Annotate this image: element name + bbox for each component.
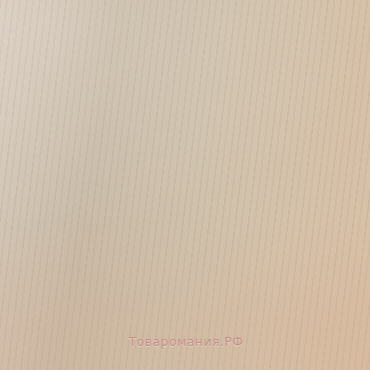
chessboard [0, 0, 370, 370]
product-photo: Товаромания.РФ [0, 0, 370, 370]
watermark: Товаромания.РФ [129, 334, 244, 349]
